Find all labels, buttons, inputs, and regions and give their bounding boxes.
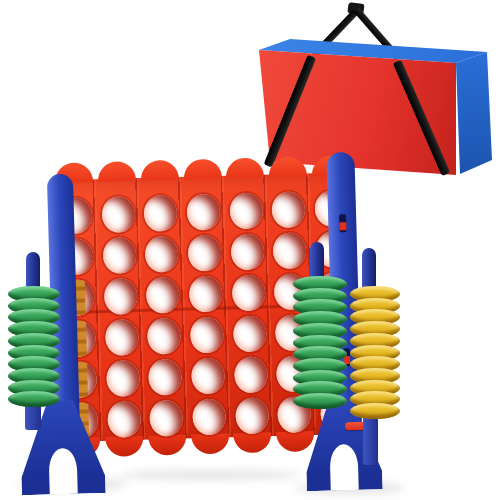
board-hole bbox=[146, 277, 180, 314]
red-slide-button bbox=[339, 222, 346, 230]
board-hole bbox=[101, 196, 135, 233]
board-hole bbox=[231, 274, 265, 311]
yellow-ring bbox=[350, 403, 400, 419]
board-hole bbox=[273, 232, 307, 269]
board-hole bbox=[145, 236, 179, 273]
ring-stack-right-front bbox=[293, 276, 347, 409]
bag-side-panel bbox=[456, 52, 492, 177]
board-hole bbox=[190, 317, 224, 354]
board-hole bbox=[107, 401, 141, 438]
leg-arch-cutout bbox=[48, 448, 77, 495]
board-hole bbox=[147, 318, 181, 355]
board-hole bbox=[234, 356, 268, 393]
board-hole bbox=[235, 397, 269, 434]
board-hole bbox=[105, 319, 139, 356]
board-hole bbox=[272, 191, 306, 228]
board-hole bbox=[189, 276, 223, 313]
board-hole bbox=[233, 315, 267, 352]
board-hole bbox=[148, 359, 182, 396]
ring-stack-left-front bbox=[8, 286, 60, 407]
board-hole bbox=[144, 195, 178, 232]
board-hole bbox=[188, 235, 222, 272]
board-hole bbox=[230, 233, 264, 270]
board-hole bbox=[191, 358, 225, 395]
slide-button-slot bbox=[339, 214, 346, 232]
leg-arch-cutout bbox=[329, 444, 358, 491]
ring-stack-right-back bbox=[350, 286, 400, 419]
board-hole bbox=[192, 399, 226, 436]
board-hole bbox=[103, 278, 137, 315]
board-hole bbox=[149, 400, 183, 437]
board-hole bbox=[229, 192, 263, 229]
product-photo-scene bbox=[0, 0, 500, 500]
green-ring bbox=[293, 393, 347, 409]
green-ring bbox=[8, 391, 60, 407]
board-hole bbox=[186, 194, 220, 231]
board-hole bbox=[102, 237, 136, 274]
board-hole bbox=[106, 360, 140, 397]
